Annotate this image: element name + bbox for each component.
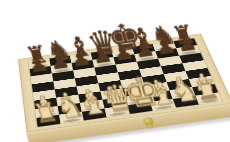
- square-f6: [137, 59, 161, 70]
- square-g6: [158, 56, 182, 67]
- board-3d-wrapper: ♜♞♝♛♚♝♞♜♟♟♟♟♟♟♟♟♟♟♟♟♟♟♟♟♜♞♝♛♚♝♞♜: [18, 34, 230, 133]
- square-e6: [116, 62, 140, 73]
- piece-black-pawn: ♟: [131, 39, 158, 62]
- piece-black-rook: ♜: [170, 23, 197, 48]
- piece-black-bishop: ♝: [127, 25, 155, 54]
- piece-black-rook: ♜: [23, 43, 50, 68]
- piece-black-pawn: ♟: [110, 42, 137, 65]
- square-c6: [73, 68, 96, 79]
- piece-black-pawn: ♟: [152, 36, 179, 59]
- square-a1: ♜: [36, 115, 60, 127]
- square-e8: ♚: [111, 47, 134, 57]
- square-h8: ♜: [173, 38, 197, 48]
- square-d7: ♟: [92, 57, 115, 67]
- square-f7: ♟: [134, 51, 158, 61]
- piece-black-pawn: ♟: [89, 45, 116, 68]
- square-e7: ♟: [113, 54, 136, 64]
- square-b8: ♞: [49, 56, 71, 66]
- square-g7: ♟: [155, 48, 179, 58]
- square-h6: [179, 53, 204, 64]
- square-b6: [52, 71, 75, 82]
- brass-latch-icon: [143, 117, 157, 131]
- square-g3: [167, 79, 192, 90]
- square-g8: ♞: [153, 41, 177, 51]
- piece-black-knight: ♞: [148, 23, 176, 51]
- piece-black-pawn: ♟: [46, 51, 73, 74]
- square-f8: ♝: [132, 44, 155, 54]
- piece-black-queen: ♛: [84, 27, 114, 60]
- square-h7: ♟: [176, 45, 200, 55]
- square-c8: ♝: [70, 53, 93, 63]
- square-a8: ♜: [29, 59, 51, 69]
- square-d6: [94, 65, 117, 76]
- piece-black-pawn: ♟: [25, 53, 52, 76]
- square-h1: ♜: [196, 92, 223, 104]
- chess-board: ♜♞♝♛♚♝♞♜♟♟♟♟♟♟♟♟♟♟♟♟♟♟♟♟♜♞♝♛♚♝♞♜: [0, 0, 230, 142]
- piece-black-king: ♚: [104, 20, 135, 57]
- square-d8: ♛: [91, 50, 114, 60]
- chess-set-product-photo: ♜♞♝♛♚♝♞♜♟♟♟♟♟♟♟♟♟♟♟♟♟♟♟♟♜♞♝♛♚♝♞♜: [0, 0, 230, 142]
- piece-black-knight: ♞: [43, 38, 71, 66]
- square-a6: [31, 74, 54, 85]
- square-d1: ♛: [105, 105, 130, 117]
- square-b7: ♟: [51, 63, 74, 74]
- square-c3: [78, 91, 102, 103]
- square-d3: [100, 88, 125, 99]
- square-b1: ♞: [59, 112, 84, 124]
- piece-black-pawn: ♟: [67, 48, 94, 71]
- square-c1: ♝: [82, 108, 107, 120]
- piece-black-pawn: ♟: [173, 33, 200, 56]
- square-c7: ♟: [72, 60, 95, 71]
- square-e1: ♚: [127, 102, 153, 114]
- piece-black-bishop: ♝: [64, 34, 92, 63]
- square-b2: ♟: [58, 103, 82, 115]
- latch-ring: [145, 122, 153, 129]
- square-a7: ♟: [30, 66, 52, 77]
- square-g1: ♞: [173, 96, 199, 108]
